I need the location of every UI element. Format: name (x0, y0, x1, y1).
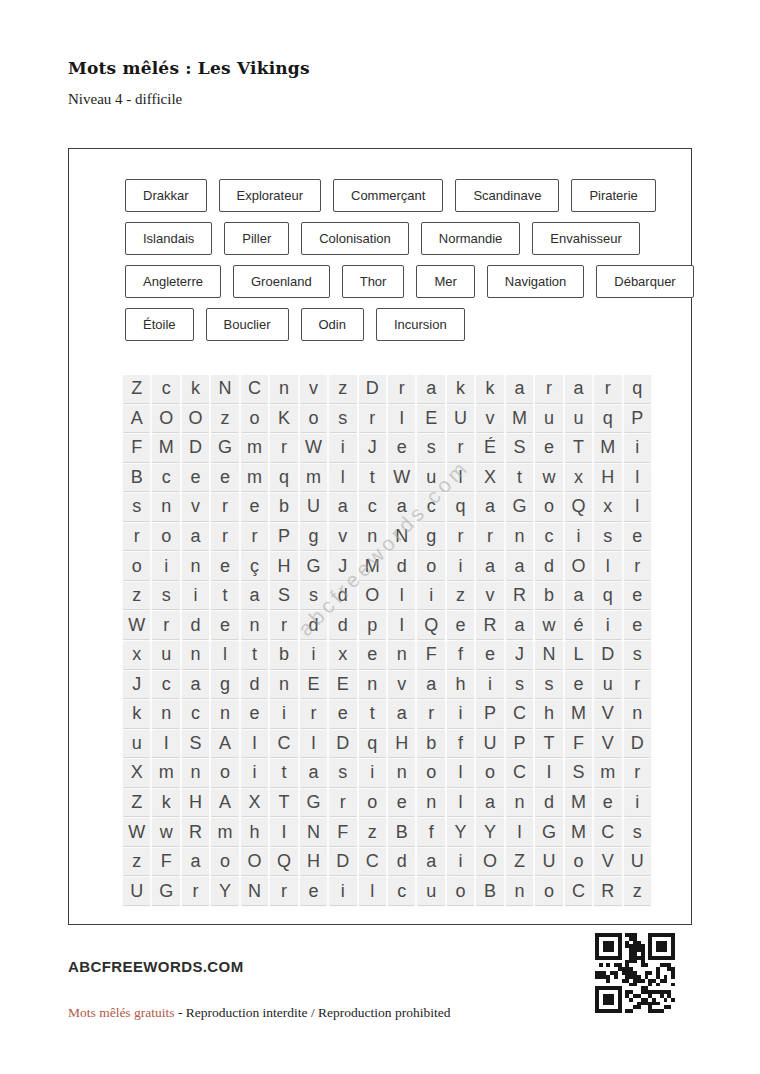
grid-cell: G (506, 493, 533, 521)
grid-cell: v (476, 582, 503, 610)
grid-cell: P (476, 700, 503, 728)
word-list: DrakkarExplorateurCommerçantScandinavePi… (125, 179, 665, 341)
grid-cell: s (535, 671, 562, 699)
grid-cell: r (270, 877, 297, 905)
grid-cell: t (359, 700, 386, 728)
grid-cell: r (447, 523, 474, 551)
grid-cell: U (624, 848, 651, 876)
grid-cell: g (211, 671, 238, 699)
grid-cell: i (241, 759, 268, 787)
grid-cell: A (123, 405, 150, 433)
grid-cell: a (417, 848, 444, 876)
grid-cell: t (359, 464, 386, 492)
word-chip: Islandais (125, 222, 212, 255)
grid-cell: o (123, 552, 150, 580)
grid-cell: e (241, 493, 268, 521)
word-chip: Scandinave (455, 179, 559, 212)
grid-cell: r (182, 877, 209, 905)
grid-cell: C (594, 818, 621, 846)
grid-cell: s (300, 582, 327, 610)
grid-cell: z (624, 877, 651, 905)
grid-cell: A (211, 730, 238, 758)
grid-cell: r (211, 523, 238, 551)
grid-cell: e (388, 789, 415, 817)
word-chip: Commerçant (333, 179, 443, 212)
grid-cell: W (123, 611, 150, 639)
grid-cell: n (152, 493, 179, 521)
grid-cell: n (270, 375, 297, 403)
grid-cell: i (300, 641, 327, 669)
grid-cell: m (594, 759, 621, 787)
grid-cell: m (300, 464, 327, 492)
grid-cell: U (447, 405, 474, 433)
footer-link[interactable]: Mots mêlés gratuits (68, 1005, 175, 1020)
grid-cell: O (476, 848, 503, 876)
grid-cell: l (624, 464, 651, 492)
grid-cell: i (447, 552, 474, 580)
grid-cell: q (594, 405, 621, 433)
grid-cell: x (329, 641, 356, 669)
grid-cell: a (182, 848, 209, 876)
grid-cell: d (388, 552, 415, 580)
grid-cell: S (270, 582, 297, 610)
grid-cell: R (182, 818, 209, 846)
word-list-row: AngleterreGroenlandThorMerNavigationDéba… (125, 265, 665, 298)
grid-cell: c (152, 464, 179, 492)
grid-cell: d (388, 848, 415, 876)
grid-cell: z (123, 582, 150, 610)
word-chip: Groenland (233, 265, 330, 298)
grid-cell: T (565, 434, 592, 462)
grid-cell: o (300, 405, 327, 433)
grid-cell: N (300, 818, 327, 846)
grid-cell: l (447, 759, 474, 787)
grid-cell: e (211, 552, 238, 580)
grid-cell: e (476, 641, 503, 669)
grid-cell: E (417, 405, 444, 433)
grid-cell: o (359, 789, 386, 817)
grid-cell: Y (476, 818, 503, 846)
grid-cell: Z (123, 375, 150, 403)
grid-cell: b (535, 582, 562, 610)
grid-cell: d (535, 789, 562, 817)
puzzle-frame: DrakkarExplorateurCommerçantScandinavePi… (68, 148, 692, 925)
grid-cell: a (506, 552, 533, 580)
grid-cell: A (211, 789, 238, 817)
grid-cell: I (535, 759, 562, 787)
grid-cell: G (300, 789, 327, 817)
grid-cell: H (300, 848, 327, 876)
grid-cell: U (476, 730, 503, 758)
footer-copyright: - Reproduction interdite / Reproduction … (178, 1005, 451, 1020)
grid-cell: O (152, 405, 179, 433)
grid-cell: a (182, 671, 209, 699)
grid-cell: e (241, 700, 268, 728)
page-title: Mots mêlés : Les Vikings (68, 58, 310, 78)
grid-cell: f (447, 730, 474, 758)
grid-cell: Y (447, 818, 474, 846)
grid-cell: r (417, 700, 444, 728)
grid-cell: O (565, 552, 592, 580)
grid-cell: W (300, 434, 327, 462)
grid-cell: n (182, 552, 209, 580)
grid-cell: D (182, 434, 209, 462)
grid-cell: n (182, 759, 209, 787)
grid-cell: q (359, 730, 386, 758)
grid-cell: G (152, 877, 179, 905)
grid-cell: i (624, 789, 651, 817)
grid-cell: W (123, 818, 150, 846)
word-chip: Débarquer (596, 265, 693, 298)
grid-cell: a (182, 523, 209, 551)
grid-cell: V (594, 700, 621, 728)
grid-cell: x (123, 641, 150, 669)
grid-cell: r (447, 434, 474, 462)
grid-cell: i (270, 700, 297, 728)
grid-cell: e (359, 641, 386, 669)
grid-cell: a (300, 759, 327, 787)
grid-cell: H (388, 730, 415, 758)
grid-cell: k (447, 375, 474, 403)
grid-cell: u (417, 877, 444, 905)
grid-cell: Z (123, 789, 150, 817)
grid-cell: u (417, 464, 444, 492)
grid-cell: r (624, 671, 651, 699)
grid-cell: M (152, 434, 179, 462)
grid-cell: D (624, 730, 651, 758)
grid-cell: l (447, 464, 474, 492)
grid-cell: z (211, 405, 238, 433)
grid-cell: O (241, 848, 268, 876)
grid-cell: n (359, 523, 386, 551)
grid-cell: m (211, 818, 238, 846)
grid-cell: I (388, 611, 415, 639)
grid-cell: V (594, 848, 621, 876)
grid-cell: a (476, 789, 503, 817)
grid-cell: d (329, 611, 356, 639)
grid-cell: D (329, 848, 356, 876)
grid-cell: u (535, 405, 562, 433)
grid-cell: n (359, 671, 386, 699)
grid-cell: i (447, 848, 474, 876)
grid-cell: D (594, 641, 621, 669)
grid-cell: z (359, 818, 386, 846)
grid-cell: s (329, 759, 356, 787)
footer-copyright-line: Mots mêlés gratuits - Reproduction inter… (68, 1005, 450, 1021)
grid-cell: s (123, 493, 150, 521)
grid-cell: w (535, 464, 562, 492)
grid-cell: R (594, 877, 621, 905)
grid-cell: J (359, 434, 386, 462)
grid-cell: o (476, 759, 503, 787)
grid-cell: s (152, 582, 179, 610)
grid-cell: e (535, 434, 562, 462)
grid-cell: n (624, 700, 651, 728)
grid-cell: E (300, 671, 327, 699)
grid-cell: i (565, 523, 592, 551)
word-chip: Explorateur (219, 179, 321, 212)
grid-cell: w (535, 611, 562, 639)
grid-cell: h (241, 818, 268, 846)
grid-cell: o (565, 848, 592, 876)
grid-cell: B (123, 464, 150, 492)
grid-cell: o (211, 848, 238, 876)
grid-cell: e (624, 582, 651, 610)
grid-cell: S (506, 434, 533, 462)
grid-cell: S (182, 730, 209, 758)
grid-cell: D (359, 375, 386, 403)
grid-cell: Q (417, 611, 444, 639)
grid-cell: i (329, 434, 356, 462)
grid-cell: u (152, 641, 179, 669)
grid-cell: P (506, 730, 533, 758)
grid-cell: n (270, 671, 297, 699)
grid-cell: v (476, 405, 503, 433)
grid-cell: q (447, 493, 474, 521)
grid-cell: N (535, 641, 562, 669)
grid-cell: s (624, 818, 651, 846)
grid-cell: i (447, 700, 474, 728)
grid-cell: r (329, 789, 356, 817)
grid-cell: X (476, 464, 503, 492)
grid-cell: r (211, 493, 238, 521)
grid-cell: L (565, 641, 592, 669)
grid-cell: h (447, 671, 474, 699)
grid-cell: V (594, 730, 621, 758)
grid-cell: F (565, 730, 592, 758)
grid-cell: O (182, 405, 209, 433)
grid-cell: n (182, 641, 209, 669)
grid-cell: z (447, 582, 474, 610)
grid-cell: X (123, 759, 150, 787)
word-chip: Odin (301, 308, 364, 341)
grid-cell: i (359, 759, 386, 787)
grid-cell: W (388, 464, 415, 492)
grid-cell: I (506, 818, 533, 846)
grid-cell: n (211, 700, 238, 728)
grid-cell: I (241, 730, 268, 758)
grid-cell: l (388, 582, 415, 610)
grid-cell: a (241, 582, 268, 610)
grid-cell: m (152, 759, 179, 787)
grid-cell: J (329, 552, 356, 580)
grid-cell: r (476, 523, 503, 551)
grid-cell: Y (211, 877, 238, 905)
grid-cell: e (300, 877, 327, 905)
grid-cell: Z (506, 848, 533, 876)
grid-cell: n (388, 759, 415, 787)
grid-cell: C (506, 700, 533, 728)
grid-cell: i (594, 611, 621, 639)
grid-cell: l (624, 493, 651, 521)
grid-cell: e (565, 671, 592, 699)
grid-cell: x (594, 493, 621, 521)
grid-cell: a (476, 552, 503, 580)
grid-cell: F (329, 818, 356, 846)
grid-cell: J (123, 671, 150, 699)
grid-cell: b (417, 730, 444, 758)
word-chip: Thor (342, 265, 405, 298)
grid-cell: i (182, 582, 209, 610)
grid-cell: P (270, 523, 297, 551)
grid-cell: E (329, 671, 356, 699)
grid-cell: N (388, 523, 415, 551)
word-chip: Piller (224, 222, 289, 255)
word-chip: Piraterie (571, 179, 655, 212)
grid-cell: i (624, 434, 651, 462)
grid-cell: i (329, 877, 356, 905)
word-list-row: IslandaisPillerColonisationNormandieEnva… (125, 222, 665, 255)
grid-cell: s (329, 405, 356, 433)
grid-cell: H (270, 552, 297, 580)
qr-module (671, 1009, 675, 1013)
grid-cell: v (182, 493, 209, 521)
grid-cell: G (211, 434, 238, 462)
grid-cell: d (241, 671, 268, 699)
grid-cell: e (624, 523, 651, 551)
grid-cell: G (535, 818, 562, 846)
word-chip: Incursion (376, 308, 465, 341)
grid-cell: q (594, 582, 621, 610)
grid-cell: I (152, 730, 179, 758)
grid-cell: P (624, 405, 651, 433)
letter-grid: abcfreewords.com ZckNCnvzDrakkararqAOOzo… (123, 375, 651, 905)
grid-cell: I (388, 405, 415, 433)
grid-cell: o (447, 877, 474, 905)
grid-cell: c (152, 375, 179, 403)
grid-cell: t (211, 582, 238, 610)
grid-cell: t (241, 641, 268, 669)
grid-cell: z (329, 375, 356, 403)
word-chip: Normandie (421, 222, 521, 255)
grid-cell: t (506, 464, 533, 492)
grid-cell: o (241, 405, 268, 433)
grid-cell: a (388, 700, 415, 728)
grid-cell: m (241, 464, 268, 492)
grid-cell: B (388, 818, 415, 846)
grid-cell: k (123, 700, 150, 728)
grid-cell: C (565, 877, 592, 905)
grid-cell: o (152, 523, 179, 551)
grid-cell: m (241, 434, 268, 462)
grid-cell: o (417, 552, 444, 580)
grid-cell: v (388, 671, 415, 699)
grid-cell: h (535, 700, 562, 728)
grid-cell: O (359, 582, 386, 610)
grid-cell: a (417, 375, 444, 403)
grid-cell: r (270, 434, 297, 462)
grid-cell: M (506, 405, 533, 433)
grid-cell: w (152, 818, 179, 846)
grid-cell: r (624, 552, 651, 580)
grid-cell: R (506, 582, 533, 610)
grid-cell: s (417, 434, 444, 462)
grid-cell: r (359, 405, 386, 433)
grid-cell: r (123, 523, 150, 551)
word-chip: Bouclier (206, 308, 289, 341)
grid-cell: d (535, 552, 562, 580)
site-name: ABCFREEWORDS.COM (68, 958, 244, 975)
grid-cell: B (476, 877, 503, 905)
grid-cell: J (506, 641, 533, 669)
grid-cell: M (565, 789, 592, 817)
grid-cell: a (565, 375, 592, 403)
grid-cell: c (535, 523, 562, 551)
grid-cell: T (535, 730, 562, 758)
grid-cell: S (565, 759, 592, 787)
grid-cell: r (388, 375, 415, 403)
difficulty-level: Niveau 4 - difficile (68, 91, 182, 108)
grid-cell: o (417, 759, 444, 787)
word-chip: Drakkar (125, 179, 207, 212)
word-list-row: DrakkarExplorateurCommerçantScandinavePi… (125, 179, 665, 212)
word-chip: Étoile (125, 308, 194, 341)
grid-cell: i (152, 552, 179, 580)
grid-cell: U (123, 877, 150, 905)
grid-cell: o (211, 759, 238, 787)
grid-cell: q (624, 375, 651, 403)
grid-cell: I (270, 818, 297, 846)
word-chip: Navigation (487, 265, 584, 298)
grid-cell: g (417, 523, 444, 551)
grid-cell: n (506, 789, 533, 817)
grid-cell: e (594, 789, 621, 817)
qr-code (595, 933, 675, 1013)
grid-cell: s (624, 641, 651, 669)
grid-cell: e (211, 611, 238, 639)
grid-cell: e (624, 611, 651, 639)
grid-cell: l (594, 552, 621, 580)
grid-cell: r (270, 611, 297, 639)
grid-cell: X (241, 789, 268, 817)
grid-cell: c (388, 877, 415, 905)
grid-cell: M (565, 700, 592, 728)
grid-cell: F (123, 434, 150, 462)
grid-cell: k (182, 375, 209, 403)
grid-cell: d (182, 611, 209, 639)
grid-cell: t (270, 759, 297, 787)
grid-cell: r (241, 523, 268, 551)
grid-cell: M (594, 434, 621, 462)
grid-cell: Q (565, 493, 592, 521)
grid-cell: D (329, 730, 356, 758)
grid-cell: s (594, 523, 621, 551)
grid-cell: u (123, 730, 150, 758)
grid-cell: H (594, 464, 621, 492)
grid-cell: f (417, 818, 444, 846)
grid-cell: a (388, 493, 415, 521)
grid-cell: U (535, 848, 562, 876)
grid-cell: d (300, 611, 327, 639)
grid-cell: n (241, 611, 268, 639)
word-chip: Colonisation (301, 222, 409, 255)
grid-cell: b (270, 493, 297, 521)
grid-cell: n (152, 700, 179, 728)
grid-cell: p (359, 611, 386, 639)
grid-cell: C (241, 375, 268, 403)
grid-cell: l (447, 789, 474, 817)
grid-cell: e (211, 464, 238, 492)
grid-cell: K (270, 405, 297, 433)
grid-cell: c (359, 493, 386, 521)
grid-cell: l (329, 464, 356, 492)
grid-cell: r (624, 759, 651, 787)
grid-cell: e (182, 464, 209, 492)
grid-cell: f (447, 641, 474, 669)
grid-cell: c (182, 700, 209, 728)
grid-cell: e (329, 700, 356, 728)
grid-cell: H (182, 789, 209, 817)
